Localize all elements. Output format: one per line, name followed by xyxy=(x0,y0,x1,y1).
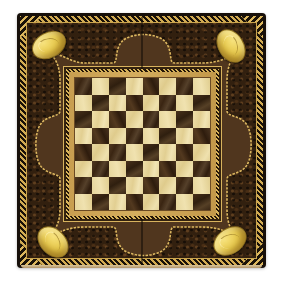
square-b4 xyxy=(92,144,109,161)
square-a3 xyxy=(75,161,92,178)
square-a5 xyxy=(75,128,92,145)
square-d2 xyxy=(126,177,143,194)
square-e1 xyxy=(143,194,160,211)
square-c7 xyxy=(109,95,126,112)
square-b5 xyxy=(92,128,109,145)
fold-seam-top xyxy=(141,17,143,69)
square-g6 xyxy=(176,111,193,128)
chess-board-photo xyxy=(17,13,266,268)
square-b3 xyxy=(92,161,109,178)
chess-grid xyxy=(74,77,211,211)
square-f4 xyxy=(159,144,176,161)
square-f2 xyxy=(159,177,176,194)
square-e4 xyxy=(143,144,160,161)
square-c2 xyxy=(109,177,126,194)
fold-seam-bottom xyxy=(141,219,143,266)
square-h2 xyxy=(193,177,210,194)
square-a6 xyxy=(75,111,92,128)
square-b6 xyxy=(92,111,109,128)
square-b8 xyxy=(92,78,109,95)
square-a2 xyxy=(75,177,92,194)
square-c4 xyxy=(109,144,126,161)
square-e7 xyxy=(143,95,160,112)
panel-rope-inlay xyxy=(66,69,219,219)
square-f6 xyxy=(159,111,176,128)
square-g3 xyxy=(176,161,193,178)
square-g5 xyxy=(176,128,193,145)
square-b7 xyxy=(92,95,109,112)
square-g1 xyxy=(176,194,193,211)
square-d8 xyxy=(126,78,143,95)
square-a4 xyxy=(75,144,92,161)
square-c8 xyxy=(109,78,126,95)
square-d5 xyxy=(126,128,143,145)
square-c6 xyxy=(109,111,126,128)
square-a8 xyxy=(75,78,92,95)
square-e2 xyxy=(143,177,160,194)
square-h8 xyxy=(193,78,210,95)
square-a1 xyxy=(75,194,92,211)
square-g2 xyxy=(176,177,193,194)
square-b2 xyxy=(92,177,109,194)
square-c1 xyxy=(109,194,126,211)
panel-tan-border xyxy=(69,72,216,216)
chess-panel xyxy=(63,66,222,222)
square-c3 xyxy=(109,161,126,178)
square-d7 xyxy=(126,95,143,112)
square-g8 xyxy=(176,78,193,95)
square-h4 xyxy=(193,144,210,161)
square-f7 xyxy=(159,95,176,112)
square-h7 xyxy=(193,95,210,112)
square-h6 xyxy=(193,111,210,128)
square-f3 xyxy=(159,161,176,178)
square-f1 xyxy=(159,194,176,211)
square-d4 xyxy=(126,144,143,161)
square-e5 xyxy=(143,128,160,145)
square-e6 xyxy=(143,111,160,128)
square-d6 xyxy=(126,111,143,128)
square-h1 xyxy=(193,194,210,211)
square-d1 xyxy=(126,194,143,211)
square-d3 xyxy=(126,161,143,178)
square-c5 xyxy=(109,128,126,145)
square-a7 xyxy=(75,95,92,112)
square-e8 xyxy=(143,78,160,95)
square-f8 xyxy=(159,78,176,95)
square-e3 xyxy=(143,161,160,178)
square-g4 xyxy=(176,144,193,161)
square-h5 xyxy=(193,128,210,145)
square-b1 xyxy=(92,194,109,211)
square-h3 xyxy=(193,161,210,178)
square-g7 xyxy=(176,95,193,112)
square-f5 xyxy=(159,128,176,145)
board-bottom-edge xyxy=(21,265,262,268)
